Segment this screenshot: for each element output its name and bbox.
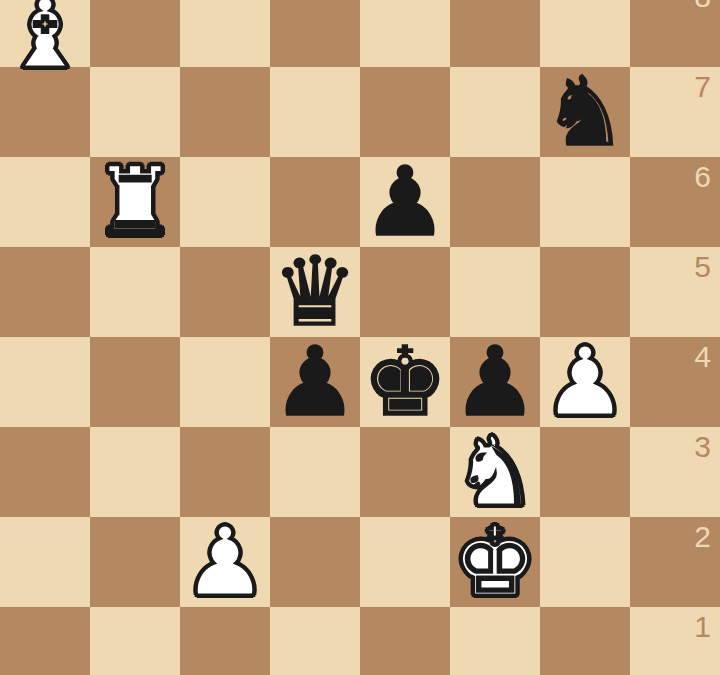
square-h1[interactable]: 1 <box>630 607 720 675</box>
square-f7[interactable] <box>450 67 540 157</box>
square-f3[interactable]: ♞ <box>450 427 540 517</box>
black-pawn-e6[interactable]: ♟ <box>360 157 450 247</box>
square-a2[interactable] <box>0 517 90 607</box>
square-b2[interactable] <box>90 517 180 607</box>
square-a8[interactable]: ♝ <box>0 0 90 67</box>
square-b8[interactable] <box>90 0 180 67</box>
square-h6[interactable]: 6 <box>630 157 720 247</box>
square-a1[interactable] <box>0 607 90 675</box>
square-c6[interactable] <box>180 157 270 247</box>
square-g7[interactable]: ♞ <box>540 67 630 157</box>
square-f5[interactable] <box>450 247 540 337</box>
rank-coordinate-8: 8 <box>694 0 711 12</box>
rank-coordinate-1: 1 <box>694 612 711 642</box>
square-f8[interactable] <box>450 0 540 67</box>
square-b4[interactable] <box>90 337 180 427</box>
square-d5[interactable]: ♛ <box>270 247 360 337</box>
square-a3[interactable] <box>0 427 90 517</box>
black-queen-d5[interactable]: ♛ <box>270 247 360 337</box>
square-g6[interactable] <box>540 157 630 247</box>
square-c4[interactable] <box>180 337 270 427</box>
square-g5[interactable] <box>540 247 630 337</box>
square-d1[interactable] <box>270 607 360 675</box>
square-g3[interactable] <box>540 427 630 517</box>
square-g1[interactable] <box>540 607 630 675</box>
square-b7[interactable] <box>90 67 180 157</box>
square-d3[interactable] <box>270 427 360 517</box>
square-g4[interactable]: ♟ <box>540 337 630 427</box>
square-h3[interactable]: 3 <box>630 427 720 517</box>
square-f4[interactable]: ♟ <box>450 337 540 427</box>
square-e4[interactable]: ♚ <box>360 337 450 427</box>
square-h7[interactable]: 7 <box>630 67 720 157</box>
square-c3[interactable] <box>180 427 270 517</box>
rank-coordinate-2: 2 <box>694 522 711 552</box>
square-h4[interactable]: 4 <box>630 337 720 427</box>
white-king-f2[interactable]: ♚ <box>450 517 540 607</box>
white-rook-b6[interactable]: ♜ <box>90 157 180 247</box>
rank-coordinate-3: 3 <box>694 432 711 462</box>
white-pawn-g4[interactable]: ♟ <box>540 337 630 427</box>
chess-board: ♝8♞7♜♟6♛5♟♚♟♟4♞3♟♚21 <box>0 0 720 675</box>
square-e6[interactable]: ♟ <box>360 157 450 247</box>
square-e3[interactable] <box>360 427 450 517</box>
rank-coordinate-4: 4 <box>694 342 711 372</box>
black-pawn-d4[interactable]: ♟ <box>270 337 360 427</box>
square-b6[interactable]: ♜ <box>90 157 180 247</box>
square-c2[interactable]: ♟ <box>180 517 270 607</box>
square-e5[interactable] <box>360 247 450 337</box>
square-h5[interactable]: 5 <box>630 247 720 337</box>
square-e7[interactable] <box>360 67 450 157</box>
square-c8[interactable] <box>180 0 270 67</box>
white-bishop-a8[interactable]: ♝ <box>0 0 90 79</box>
black-knight-g7[interactable]: ♞ <box>540 67 630 157</box>
square-c7[interactable] <box>180 67 270 157</box>
square-f2[interactable]: ♚ <box>450 517 540 607</box>
square-c5[interactable] <box>180 247 270 337</box>
square-h8[interactable]: 8 <box>630 0 720 67</box>
square-e8[interactable] <box>360 0 450 67</box>
square-b5[interactable] <box>90 247 180 337</box>
square-a5[interactable] <box>0 247 90 337</box>
square-f6[interactable] <box>450 157 540 247</box>
square-e2[interactable] <box>360 517 450 607</box>
white-knight-f3[interactable]: ♞ <box>450 427 540 517</box>
rank-coordinate-6: 6 <box>694 162 711 192</box>
square-e1[interactable] <box>360 607 450 675</box>
square-d2[interactable] <box>270 517 360 607</box>
square-a6[interactable] <box>0 157 90 247</box>
square-d7[interactable] <box>270 67 360 157</box>
square-b1[interactable] <box>90 607 180 675</box>
square-b3[interactable] <box>90 427 180 517</box>
white-pawn-c2[interactable]: ♟ <box>180 517 270 607</box>
rank-coordinate-5: 5 <box>694 252 711 282</box>
black-king-e4[interactable]: ♚ <box>360 337 450 427</box>
square-g2[interactable] <box>540 517 630 607</box>
square-d8[interactable] <box>270 0 360 67</box>
square-d6[interactable] <box>270 157 360 247</box>
rank-coordinate-7: 7 <box>694 72 711 102</box>
square-d4[interactable]: ♟ <box>270 337 360 427</box>
square-h2[interactable]: 2 <box>630 517 720 607</box>
square-a4[interactable] <box>0 337 90 427</box>
black-pawn-f4[interactable]: ♟ <box>450 337 540 427</box>
